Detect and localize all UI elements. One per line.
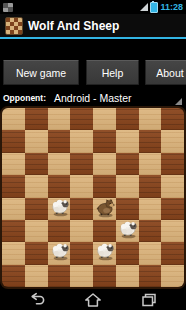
toolbar: New game Help About xyxy=(0,60,186,85)
status-bar: 11:28 xyxy=(0,0,186,14)
square-g2[interactable] xyxy=(139,242,162,264)
square-c2[interactable] xyxy=(48,242,71,264)
square-d7[interactable] xyxy=(70,130,93,152)
square-c3[interactable] xyxy=(48,220,71,242)
square-d4[interactable] xyxy=(70,198,93,220)
square-a6[interactable] xyxy=(2,153,25,175)
square-h2[interactable] xyxy=(161,242,184,264)
battery-icon xyxy=(150,2,158,13)
square-e2[interactable] xyxy=(93,242,116,264)
square-f8[interactable] xyxy=(116,108,139,130)
help-button[interactable]: Help xyxy=(86,60,139,85)
square-h4[interactable] xyxy=(161,198,184,220)
square-f1[interactable] xyxy=(116,265,139,287)
sheep-piece[interactable] xyxy=(96,242,116,262)
square-f2[interactable] xyxy=(116,242,139,264)
square-c7[interactable] xyxy=(48,130,71,152)
new-game-button[interactable]: New game xyxy=(3,60,79,85)
square-d2[interactable] xyxy=(70,242,93,264)
title-bar: Wolf And Sheep xyxy=(0,14,186,37)
opponent-label: Opponent: xyxy=(3,93,46,103)
square-c5[interactable] xyxy=(48,175,71,197)
app-icon xyxy=(5,17,23,35)
square-a4[interactable] xyxy=(2,198,25,220)
square-b3[interactable] xyxy=(25,220,48,242)
square-f6[interactable] xyxy=(116,153,139,175)
opponent-spinner[interactable]: Android - Master xyxy=(54,90,183,106)
square-h3[interactable] xyxy=(161,220,184,242)
recents-icon[interactable] xyxy=(121,291,177,309)
square-d1[interactable] xyxy=(70,265,93,287)
app-title: Wolf And Sheep xyxy=(28,19,119,33)
back-icon[interactable] xyxy=(9,291,65,309)
square-f4[interactable] xyxy=(116,198,139,220)
wolf-piece[interactable] xyxy=(96,198,116,218)
notification-app-icon xyxy=(3,3,13,12)
square-c1[interactable] xyxy=(48,265,71,287)
square-b8[interactable] xyxy=(25,108,48,130)
square-b7[interactable] xyxy=(25,130,48,152)
square-e6[interactable] xyxy=(93,153,116,175)
opponent-spinner-value: Android - Master xyxy=(54,92,132,104)
square-a8[interactable] xyxy=(2,108,25,130)
square-h7[interactable] xyxy=(161,130,184,152)
square-g3[interactable] xyxy=(139,220,162,242)
square-f3[interactable] xyxy=(116,220,139,242)
board-area xyxy=(0,106,186,289)
square-f5[interactable] xyxy=(116,175,139,197)
square-g6[interactable] xyxy=(139,153,162,175)
navigation-bar xyxy=(0,289,186,310)
square-e5[interactable] xyxy=(93,175,116,197)
square-d3[interactable] xyxy=(70,220,93,242)
square-e7[interactable] xyxy=(93,130,116,152)
home-icon[interactable] xyxy=(65,291,121,309)
square-a1[interactable] xyxy=(2,265,25,287)
square-d5[interactable] xyxy=(70,175,93,197)
square-a2[interactable] xyxy=(2,242,25,264)
square-b4[interactable] xyxy=(25,198,48,220)
square-a7[interactable] xyxy=(2,130,25,152)
square-g8[interactable] xyxy=(139,108,162,130)
square-g1[interactable] xyxy=(139,265,162,287)
square-e4[interactable] xyxy=(93,198,116,220)
square-a5[interactable] xyxy=(2,175,25,197)
square-d6[interactable] xyxy=(70,153,93,175)
square-c6[interactable] xyxy=(48,153,71,175)
square-e1[interactable] xyxy=(93,265,116,287)
board xyxy=(0,106,186,289)
app-screen: 11:28 Wolf And Sheep New game Help About… xyxy=(0,0,186,310)
square-d8[interactable] xyxy=(70,108,93,130)
square-h6[interactable] xyxy=(161,153,184,175)
sheep-piece[interactable] xyxy=(119,220,139,240)
square-g5[interactable] xyxy=(139,175,162,197)
square-b5[interactable] xyxy=(25,175,48,197)
square-c4[interactable] xyxy=(48,198,71,220)
square-h8[interactable] xyxy=(161,108,184,130)
spinner-dropdown-corner-icon xyxy=(175,98,182,105)
square-h5[interactable] xyxy=(161,175,184,197)
square-g4[interactable] xyxy=(139,198,162,220)
square-g7[interactable] xyxy=(139,130,162,152)
square-a3[interactable] xyxy=(2,220,25,242)
sheep-piece[interactable] xyxy=(50,242,70,262)
square-b6[interactable] xyxy=(25,153,48,175)
square-b2[interactable] xyxy=(25,242,48,264)
signal-icon xyxy=(140,3,148,11)
opponent-row: Opponent: Android - Master xyxy=(0,89,186,106)
square-f7[interactable] xyxy=(116,130,139,152)
square-b1[interactable] xyxy=(25,265,48,287)
clock: 11:28 xyxy=(160,2,183,12)
square-c8[interactable] xyxy=(48,108,71,130)
square-h1[interactable] xyxy=(161,265,184,287)
sheep-piece[interactable] xyxy=(50,198,70,218)
about-button[interactable]: About xyxy=(145,60,186,85)
square-e8[interactable] xyxy=(93,108,116,130)
square-e3[interactable] xyxy=(93,220,116,242)
